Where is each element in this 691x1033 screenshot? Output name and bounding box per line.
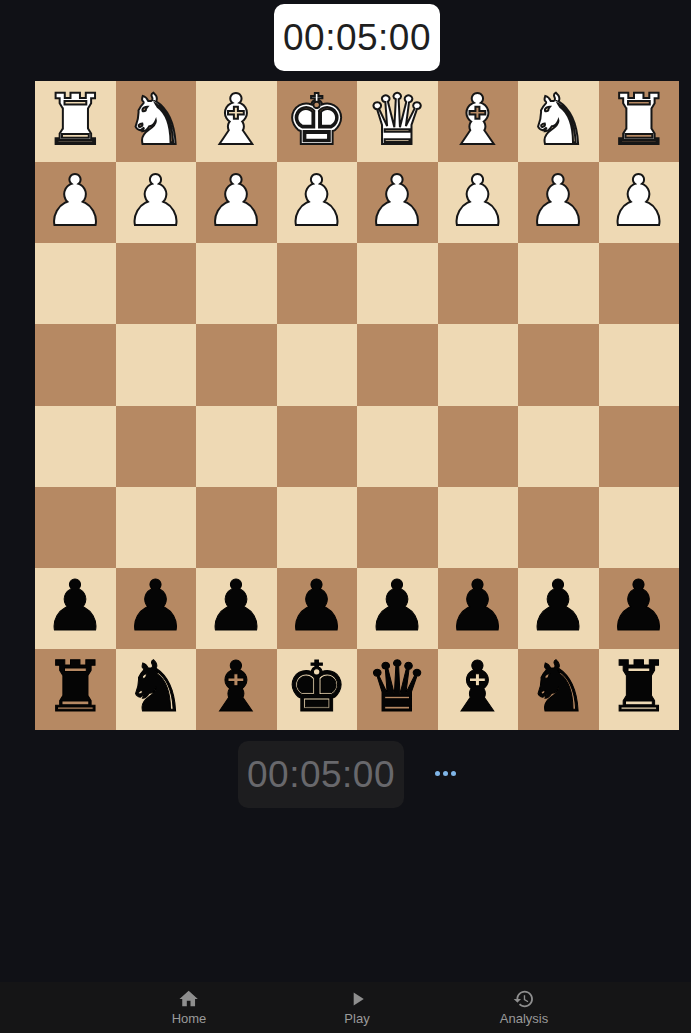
- square-b5[interactable]: [518, 406, 599, 487]
- square-d8[interactable]: ♛: [357, 649, 438, 730]
- nav-label-home: Home: [172, 1011, 207, 1026]
- square-h7[interactable]: ♟: [35, 568, 116, 649]
- play-icon: [346, 988, 368, 1010]
- black-rook: ♜: [607, 652, 670, 722]
- square-f7[interactable]: ♟: [196, 568, 277, 649]
- square-c4[interactable]: [438, 324, 519, 405]
- white-queen: ♛: [366, 85, 429, 155]
- white-knight: ♞: [527, 85, 590, 155]
- square-b4[interactable]: [518, 324, 599, 405]
- white-pawn: ♟: [285, 166, 348, 236]
- white-pawn: ♟: [607, 166, 670, 236]
- square-g4[interactable]: [116, 324, 197, 405]
- square-c3[interactable]: [438, 243, 519, 324]
- white-bishop: ♝: [205, 85, 268, 155]
- square-h3[interactable]: [35, 243, 116, 324]
- square-e7[interactable]: ♟: [277, 568, 358, 649]
- square-a3[interactable]: [599, 243, 680, 324]
- white-rook: ♜: [44, 85, 107, 155]
- square-e1[interactable]: ♚: [277, 81, 358, 162]
- home-icon: [178, 988, 200, 1010]
- square-g3[interactable]: [116, 243, 197, 324]
- opponent-clock: 00:05:00: [274, 4, 440, 71]
- square-a8[interactable]: ♜: [599, 649, 680, 730]
- square-h5[interactable]: [35, 406, 116, 487]
- square-d1[interactable]: ♛: [357, 81, 438, 162]
- square-c6[interactable]: [438, 487, 519, 568]
- black-bishop: ♝: [205, 652, 268, 722]
- nav-item-home[interactable]: Home: [172, 988, 207, 1026]
- nav-item-analysis[interactable]: Analysis: [500, 988, 548, 1026]
- ellipsis-icon: [443, 771, 448, 776]
- square-d2[interactable]: ♟: [357, 162, 438, 243]
- square-h8[interactable]: ♜: [35, 649, 116, 730]
- opponent-clock-time: 00:05:00: [283, 17, 431, 59]
- square-a5[interactable]: [599, 406, 680, 487]
- square-f4[interactable]: [196, 324, 277, 405]
- black-pawn: ♟: [607, 571, 670, 641]
- black-pawn: ♟: [205, 571, 268, 641]
- nav-label-analysis: Analysis: [500, 1011, 548, 1026]
- square-d7[interactable]: ♟: [357, 568, 438, 649]
- square-f6[interactable]: [196, 487, 277, 568]
- black-knight: ♞: [124, 652, 187, 722]
- black-rook: ♜: [44, 652, 107, 722]
- white-pawn: ♟: [446, 166, 509, 236]
- square-h2[interactable]: ♟: [35, 162, 116, 243]
- black-pawn: ♟: [527, 571, 590, 641]
- square-b1[interactable]: ♞: [518, 81, 599, 162]
- player-clock: 00:05:00: [238, 741, 404, 808]
- ellipsis-icon: [435, 771, 440, 776]
- square-e3[interactable]: [277, 243, 358, 324]
- square-e4[interactable]: [277, 324, 358, 405]
- nav-item-play[interactable]: Play: [344, 988, 369, 1026]
- square-f1[interactable]: ♝: [196, 81, 277, 162]
- square-c1[interactable]: ♝: [438, 81, 519, 162]
- nav-label-play: Play: [344, 1011, 369, 1026]
- square-g7[interactable]: ♟: [116, 568, 197, 649]
- square-d5[interactable]: [357, 406, 438, 487]
- square-f2[interactable]: ♟: [196, 162, 277, 243]
- white-bishop: ♝: [446, 85, 509, 155]
- player-clock-time: 00:05:00: [247, 754, 395, 796]
- square-f5[interactable]: [196, 406, 277, 487]
- white-pawn: ♟: [44, 166, 107, 236]
- square-c8[interactable]: ♝: [438, 649, 519, 730]
- white-knight: ♞: [124, 85, 187, 155]
- black-pawn: ♟: [44, 571, 107, 641]
- history-clock-icon: [513, 988, 535, 1010]
- square-h4[interactable]: [35, 324, 116, 405]
- white-rook: ♜: [607, 85, 670, 155]
- square-e2[interactable]: ♟: [277, 162, 358, 243]
- white-pawn: ♟: [124, 166, 187, 236]
- square-a2[interactable]: ♟: [599, 162, 680, 243]
- square-g6[interactable]: [116, 487, 197, 568]
- square-f8[interactable]: ♝: [196, 649, 277, 730]
- square-g2[interactable]: ♟: [116, 162, 197, 243]
- square-e8[interactable]: ♚: [277, 649, 358, 730]
- black-pawn: ♟: [366, 571, 429, 641]
- black-bishop: ♝: [446, 652, 509, 722]
- black-queen: ♛: [366, 652, 429, 722]
- white-king: ♚: [285, 85, 348, 155]
- square-f3[interactable]: [196, 243, 277, 324]
- square-g1[interactable]: ♞: [116, 81, 197, 162]
- square-d4[interactable]: [357, 324, 438, 405]
- square-a4[interactable]: [599, 324, 680, 405]
- square-g8[interactable]: ♞: [116, 649, 197, 730]
- chess-board[interactable]: ♜♞♝♚♛♝♞♜♟♟♟♟♟♟♟♟♟♟♟♟♟♟♟♟♜♞♝♚♛♝♞♜: [35, 81, 679, 730]
- square-e5[interactable]: [277, 406, 358, 487]
- square-c5[interactable]: [438, 406, 519, 487]
- black-pawn: ♟: [285, 571, 348, 641]
- square-c2[interactable]: ♟: [438, 162, 519, 243]
- square-h6[interactable]: [35, 487, 116, 568]
- square-b7[interactable]: ♟: [518, 568, 599, 649]
- square-b2[interactable]: ♟: [518, 162, 599, 243]
- square-c7[interactable]: ♟: [438, 568, 519, 649]
- square-h1[interactable]: ♜: [35, 81, 116, 162]
- black-king: ♚: [285, 652, 348, 722]
- white-pawn: ♟: [527, 166, 590, 236]
- square-d3[interactable]: [357, 243, 438, 324]
- square-b8[interactable]: ♞: [518, 649, 599, 730]
- ellipsis-icon: [451, 771, 456, 776]
- square-e6[interactable]: [277, 487, 358, 568]
- square-b3[interactable]: [518, 243, 599, 324]
- square-a7[interactable]: ♟: [599, 568, 680, 649]
- more-options-button[interactable]: [424, 758, 466, 788]
- black-pawn: ♟: [446, 571, 509, 641]
- bottom-navigation: Home Play Analysis: [0, 982, 691, 1033]
- square-g5[interactable]: [116, 406, 197, 487]
- white-pawn: ♟: [205, 166, 268, 236]
- black-pawn: ♟: [124, 571, 187, 641]
- square-d6[interactable]: [357, 487, 438, 568]
- square-b6[interactable]: [518, 487, 599, 568]
- square-a6[interactable]: [599, 487, 680, 568]
- square-a1[interactable]: ♜: [599, 81, 680, 162]
- white-pawn: ♟: [366, 166, 429, 236]
- black-knight: ♞: [527, 652, 590, 722]
